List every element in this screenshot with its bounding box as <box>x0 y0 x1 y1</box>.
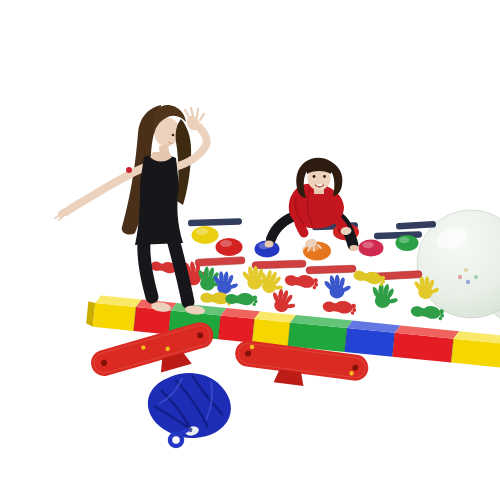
trailing-foot <box>265 241 274 248</box>
stepping-dome-green <box>396 235 419 251</box>
product-photo <box>40 16 500 500</box>
stepping-dome-crimson <box>359 240 384 257</box>
stepping-dome-red <box>216 238 243 256</box>
stepping-dome-yellow <box>192 226 219 244</box>
drawstring-loop <box>170 434 182 446</box>
